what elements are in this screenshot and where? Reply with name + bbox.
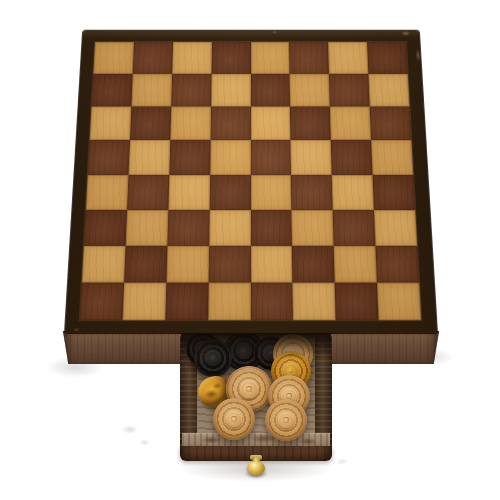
- board-square-r3c2: [169, 140, 210, 174]
- board-square-r3c6: [331, 140, 373, 174]
- backdrop-smudge: [122, 425, 138, 434]
- board-square-r1c2: [171, 74, 211, 107]
- chessboard-top: [65, 31, 437, 333]
- board-square-r6c4: [251, 246, 293, 283]
- board-square-r4c4: [251, 175, 292, 210]
- board-square-r1c6: [329, 74, 370, 107]
- board-square-r3c5: [291, 140, 332, 174]
- board-square-r7c7: [377, 282, 421, 320]
- board-square-r5c2: [167, 210, 209, 246]
- board-square-r7c5: [293, 282, 336, 320]
- checkerboard-grid: [80, 42, 422, 320]
- board-square-r5c6: [333, 210, 376, 246]
- board-square-r6c2: [166, 246, 209, 283]
- games-box-photo: [0, 0, 500, 500]
- board-square-r0c2: [172, 42, 212, 74]
- piece-center-boss: [226, 411, 242, 427]
- board-square-r0c6: [328, 42, 368, 74]
- board-square-r1c0: [91, 74, 132, 107]
- drawer-knob-brass: [247, 461, 265, 475]
- backdrop-smudge: [336, 458, 348, 465]
- board-square-r1c4: [251, 74, 291, 107]
- board-square-r1c5: [290, 74, 330, 107]
- board-square-r2c0: [90, 107, 132, 141]
- board-square-r0c4: [251, 42, 290, 74]
- board-square-r2c5: [290, 107, 331, 141]
- board-square-r1c3: [211, 74, 251, 107]
- board-square-r6c0: [82, 246, 126, 283]
- board-square-r6c5: [292, 246, 335, 283]
- board-square-r0c3: [211, 42, 250, 74]
- board-square-r2c2: [170, 107, 211, 141]
- board-square-r4c1: [127, 175, 169, 210]
- board-square-r4c2: [168, 175, 210, 210]
- piece-center-boss: [278, 412, 294, 428]
- board-square-r3c1: [128, 140, 170, 174]
- piece-center-boss: [206, 351, 220, 365]
- board-square-r0c7: [367, 42, 408, 74]
- board-square-r6c6: [334, 246, 377, 283]
- board-square-r2c1: [130, 107, 171, 141]
- board-square-r5c7: [374, 210, 417, 246]
- board-square-r7c6: [335, 282, 379, 320]
- board-square-r2c4: [251, 107, 291, 141]
- board-square-r0c5: [289, 42, 329, 74]
- board-square-r7c4: [251, 282, 294, 320]
- board-square-r6c1: [124, 246, 167, 283]
- board-square-r4c6: [332, 175, 374, 210]
- board-square-r4c3: [209, 175, 250, 210]
- board-square-r1c7: [368, 74, 409, 107]
- board-square-r7c2: [165, 282, 208, 320]
- checker-piece-light-4: [213, 398, 255, 440]
- checker-piece-black-4: [194, 339, 232, 377]
- piece-center-boss: [236, 343, 251, 358]
- board-square-r3c3: [210, 140, 251, 174]
- board-square-r5c5: [292, 210, 334, 246]
- board-square-r0c0: [93, 42, 134, 74]
- board-square-r4c0: [86, 175, 129, 210]
- board-square-r5c4: [251, 210, 293, 246]
- backdrop-smudge: [139, 439, 150, 446]
- board-square-r3c4: [251, 140, 292, 174]
- board-square-r7c1: [122, 282, 166, 320]
- board-square-r7c0: [80, 282, 124, 320]
- checker-piece-light-5: [265, 399, 307, 441]
- board-square-r1c1: [131, 74, 172, 107]
- board-square-r3c7: [371, 140, 413, 174]
- board-square-r6c3: [208, 246, 250, 283]
- piece-center-boss: [240, 380, 257, 397]
- board-square-r4c5: [291, 175, 333, 210]
- board-square-r4c7: [373, 175, 416, 210]
- storage-drawer: [180, 333, 332, 475]
- board-square-r7c3: [208, 282, 251, 320]
- board-square-r5c0: [84, 210, 127, 246]
- board-square-r2c6: [330, 107, 371, 141]
- board-square-r3c0: [88, 140, 130, 174]
- board-square-r6c7: [376, 246, 420, 283]
- drawer-front-top-edge: [182, 433, 330, 447]
- board-square-r0c1: [133, 42, 173, 74]
- drawer-right-wall: [315, 336, 332, 446]
- board-square-r5c3: [209, 210, 251, 246]
- board-square-r2c3: [210, 107, 250, 141]
- board-square-r2c7: [370, 107, 412, 141]
- board-square-r5c1: [125, 210, 168, 246]
